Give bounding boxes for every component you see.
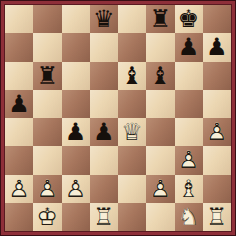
square-f1[interactable] [146,203,174,231]
piece-outline-layer: ♖ [90,203,118,231]
piece-fill-layer: ♚ [175,5,203,33]
piece-fill-layer: ♜ [203,203,231,231]
square-g1[interactable]: ♞♘ [175,203,203,231]
white-rook-icon[interactable]: ♜♖ [203,203,231,231]
square-f2[interactable]: ♟♙ [146,175,174,203]
square-e7[interactable] [118,33,146,61]
square-a5[interactable]: ♟ [5,90,33,118]
square-e3[interactable] [118,146,146,174]
square-a1[interactable] [5,203,33,231]
piece-fill-layer: ♟ [175,33,203,61]
square-g5[interactable] [175,90,203,118]
piece-fill-layer: ♝ [118,62,146,90]
square-g3[interactable]: ♟♙ [175,146,203,174]
square-g8[interactable]: ♚ [175,5,203,33]
black-pawn-icon[interactable]: ♟ [5,90,33,118]
piece-outline-layer: ♘ [175,203,203,231]
square-h3[interactable] [203,146,231,174]
square-d2[interactable] [90,175,118,203]
black-bishop-icon[interactable]: ♝ [118,62,146,90]
white-king-icon[interactable]: ♚♔ [33,203,61,231]
square-h8[interactable] [203,5,231,33]
piece-fill-layer: ♜ [90,203,118,231]
square-d7[interactable] [90,33,118,61]
square-f6[interactable]: ♝ [146,62,174,90]
square-a6[interactable] [5,62,33,90]
piece-outline-layer: ♗ [175,175,203,203]
black-rook-icon[interactable]: ♜ [146,5,174,33]
white-pawn-icon[interactable]: ♟♙ [203,118,231,146]
black-bishop-icon[interactable]: ♝ [146,62,174,90]
piece-outline-layer: ♙ [175,146,203,174]
piece-outline-layer: ♖ [203,203,231,231]
square-a7[interactable] [5,33,33,61]
square-c4[interactable]: ♟ [62,118,90,146]
piece-fill-layer: ♟ [90,118,118,146]
piece-outline-layer: ♙ [5,175,33,203]
square-f8[interactable]: ♜ [146,5,174,33]
square-g6[interactable] [175,62,203,90]
square-c3[interactable] [62,146,90,174]
piece-outline-layer: ♙ [33,175,61,203]
square-f4[interactable] [146,118,174,146]
piece-fill-layer: ♟ [203,118,231,146]
white-pawn-icon[interactable]: ♟♙ [146,175,174,203]
square-b1[interactable]: ♚♔ [33,203,61,231]
square-f5[interactable] [146,90,174,118]
square-b4[interactable] [33,118,61,146]
square-e4[interactable]: ♛♕ [118,118,146,146]
white-bishop-icon[interactable]: ♝♗ [175,175,203,203]
square-c8[interactable] [62,5,90,33]
white-pawn-icon[interactable]: ♟♙ [175,146,203,174]
square-b2[interactable]: ♟♙ [33,175,61,203]
white-knight-icon[interactable]: ♞♘ [175,203,203,231]
piece-fill-layer: ♝ [175,175,203,203]
black-pawn-icon[interactable]: ♟ [203,33,231,61]
square-b6[interactable]: ♜ [33,62,61,90]
square-f7[interactable] [146,33,174,61]
piece-fill-layer: ♝ [146,62,174,90]
board-frame: ♛♜♚♟♟♜♝♝♟♟♟♛♕♟♙♟♙♟♙♟♙♟♙♟♙♝♗♚♔♜♖♞♘♜♖ [0,0,236,236]
piece-fill-layer: ♚ [33,203,61,231]
piece-fill-layer: ♟ [203,33,231,61]
square-c2[interactable]: ♟♙ [62,175,90,203]
white-pawn-icon[interactable]: ♟♙ [5,175,33,203]
square-d3[interactable] [90,146,118,174]
square-c1[interactable] [62,203,90,231]
square-e8[interactable] [118,5,146,33]
square-d1[interactable]: ♜♖ [90,203,118,231]
white-queen-icon[interactable]: ♛♕ [118,118,146,146]
square-h4[interactable]: ♟♙ [203,118,231,146]
square-c6[interactable] [62,62,90,90]
white-pawn-icon[interactable]: ♟♙ [33,175,61,203]
piece-fill-layer: ♟ [62,175,90,203]
square-h5[interactable] [203,90,231,118]
square-b5[interactable] [33,90,61,118]
square-a4[interactable] [5,118,33,146]
piece-fill-layer: ♞ [175,203,203,231]
square-h7[interactable]: ♟ [203,33,231,61]
square-b7[interactable] [33,33,61,61]
square-e6[interactable]: ♝ [118,62,146,90]
black-pawn-icon[interactable]: ♟ [90,118,118,146]
chess-board: ♛♜♚♟♟♜♝♝♟♟♟♛♕♟♙♟♙♟♙♟♙♟♙♟♙♝♗♚♔♜♖♞♘♜♖ [5,5,231,231]
white-rook-icon[interactable]: ♜♖ [90,203,118,231]
square-d8[interactable]: ♛ [90,5,118,33]
piece-fill-layer: ♜ [33,62,61,90]
black-rook-icon[interactable]: ♜ [33,62,61,90]
square-b8[interactable] [33,5,61,33]
square-g7[interactable]: ♟ [175,33,203,61]
black-pawn-icon[interactable]: ♟ [175,33,203,61]
piece-fill-layer: ♛ [118,118,146,146]
square-a8[interactable] [5,5,33,33]
black-king-icon[interactable]: ♚ [175,5,203,33]
piece-outline-layer: ♕ [118,118,146,146]
square-d4[interactable]: ♟ [90,118,118,146]
piece-fill-layer: ♟ [33,175,61,203]
square-c5[interactable] [62,90,90,118]
piece-outline-layer: ♙ [146,175,174,203]
square-c7[interactable] [62,33,90,61]
square-h6[interactable] [203,62,231,90]
black-queen-icon[interactable]: ♛ [90,5,118,33]
square-h2[interactable] [203,175,231,203]
square-a3[interactable] [5,146,33,174]
square-a2[interactable]: ♟♙ [5,175,33,203]
square-h1[interactable]: ♜♖ [203,203,231,231]
piece-fill-layer: ♟ [175,146,203,174]
square-e5[interactable] [118,90,146,118]
square-b3[interactable] [33,146,61,174]
piece-fill-layer: ♟ [5,175,33,203]
piece-fill-layer: ♛ [90,5,118,33]
white-pawn-icon[interactable]: ♟♙ [62,175,90,203]
piece-fill-layer: ♟ [62,118,90,146]
black-pawn-icon[interactable]: ♟ [62,118,90,146]
square-g2[interactable]: ♝♗ [175,175,203,203]
square-g4[interactable] [175,118,203,146]
piece-fill-layer: ♟ [5,90,33,118]
piece-outline-layer: ♙ [62,175,90,203]
square-e2[interactable] [118,175,146,203]
piece-outline-layer: ♙ [203,118,231,146]
square-d5[interactable] [90,90,118,118]
square-d6[interactable] [90,62,118,90]
square-f3[interactable] [146,146,174,174]
square-e1[interactable] [118,203,146,231]
piece-fill-layer: ♟ [146,175,174,203]
piece-fill-layer: ♜ [146,5,174,33]
piece-outline-layer: ♔ [33,203,61,231]
